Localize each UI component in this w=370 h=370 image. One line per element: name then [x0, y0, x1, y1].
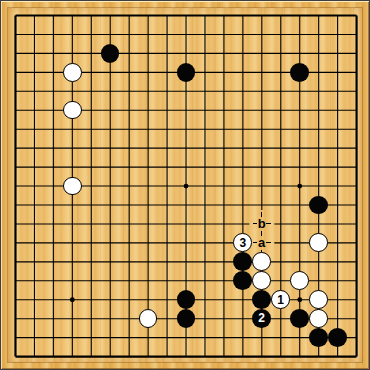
- stone-white-r7[interactable]: [309, 233, 328, 252]
- label-dash: [261, 212, 262, 217]
- stone-white-q5[interactable]: [290, 271, 309, 290]
- stone-white-p4[interactable]: 1: [271, 290, 290, 309]
- label-dash: [253, 223, 258, 224]
- stone-white-d16[interactable]: [63, 63, 82, 82]
- go-board: 312ab: [0, 0, 370, 370]
- label-a[interactable]: a: [252, 233, 271, 252]
- label-letter: a: [258, 236, 265, 249]
- stone-black-n6[interactable]: [233, 252, 252, 271]
- stone-black-f17[interactable]: [101, 44, 120, 63]
- stone-black-k16[interactable]: [177, 63, 196, 82]
- stone-white-h3[interactable]: [139, 309, 158, 328]
- stone-black-n5[interactable]: [233, 271, 252, 290]
- stone-black-q3[interactable]: [290, 309, 309, 328]
- move-number-label: 2: [258, 312, 265, 324]
- stone-black-k4[interactable]: [177, 290, 196, 309]
- board-grid[interactable]: 312ab: [6, 6, 366, 366]
- label-b[interactable]: b: [252, 214, 271, 233]
- stone-white-d14[interactable]: [63, 101, 82, 120]
- label-dash: [253, 242, 258, 243]
- stone-white-o6[interactable]: [252, 252, 271, 271]
- stone-black-o4[interactable]: [252, 290, 271, 309]
- label-dash: [266, 223, 271, 224]
- stone-black-r2[interactable]: [309, 328, 328, 347]
- label-letter: b: [258, 217, 266, 230]
- stone-white-r3[interactable]: [309, 309, 328, 328]
- stone-white-r4[interactable]: [309, 290, 328, 309]
- stone-black-q16[interactable]: [290, 63, 309, 82]
- stone-black-s2[interactable]: [328, 328, 347, 347]
- stone-white-o5[interactable]: [252, 271, 271, 290]
- stone-white-d10[interactable]: [63, 177, 82, 196]
- stone-white-n7[interactable]: 3: [233, 233, 252, 252]
- stone-black-k3[interactable]: [177, 309, 196, 328]
- move-number-label: 1: [277, 294, 284, 306]
- stone-black-r9[interactable]: [309, 196, 328, 215]
- move-number-label: 3: [239, 237, 246, 249]
- label-dash: [266, 242, 271, 243]
- stone-black-o3[interactable]: 2: [252, 309, 271, 328]
- label-dash: [261, 231, 262, 236]
